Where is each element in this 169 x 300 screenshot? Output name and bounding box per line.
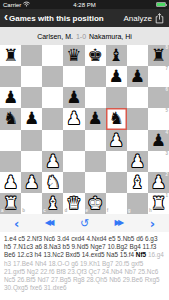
piece-bn: ♞ bbox=[109, 110, 124, 127]
square-f6[interactable] bbox=[106, 87, 127, 108]
file-label-g: g bbox=[128, 209, 131, 214]
square-f3[interactable] bbox=[106, 151, 127, 172]
game-header: Carlsen, M. 1-0 Nakamura, Hi bbox=[0, 27, 169, 45]
square-g6[interactable] bbox=[127, 87, 148, 108]
piece-bp: ♟ bbox=[24, 110, 39, 127]
square-d7[interactable] bbox=[63, 66, 84, 87]
piece-bn: ♞ bbox=[3, 110, 18, 127]
chess-board: ♜♛♚♝♜8♟♟7♟♟6♞♟♟♟♞5♟♟4♟♟3♟♟♞♝♟2♜ab♝c♛d♚ef… bbox=[0, 45, 169, 214]
square-f1[interactable]: f bbox=[106, 193, 127, 214]
battery-icon bbox=[156, 2, 166, 7]
go-to-end-button[interactable]: ▶▶ bbox=[114, 219, 124, 227]
share-icon bbox=[155, 13, 164, 24]
file-label-e: e bbox=[86, 209, 89, 214]
rank-label-2: 2 bbox=[165, 173, 168, 178]
square-c3[interactable]: ♟ bbox=[42, 151, 63, 172]
square-f4[interactable]: ♟ bbox=[106, 130, 127, 151]
square-e5[interactable]: ♟ bbox=[85, 108, 106, 129]
square-a2[interactable]: ♟ bbox=[0, 172, 21, 193]
square-g8[interactable] bbox=[127, 45, 148, 66]
rank-label-8: 8 bbox=[165, 46, 168, 51]
piece-wq: ♛ bbox=[66, 195, 81, 212]
square-b7[interactable] bbox=[21, 66, 42, 87]
square-a1[interactable]: ♜a bbox=[0, 193, 21, 214]
square-d3[interactable] bbox=[63, 151, 84, 172]
square-e6[interactable] bbox=[85, 87, 106, 108]
piece-wr: ♜ bbox=[3, 195, 18, 212]
square-a5[interactable]: ♞ bbox=[0, 108, 21, 129]
square-g3[interactable]: ♟ bbox=[127, 151, 148, 172]
square-a6[interactable]: ♟ bbox=[0, 87, 21, 108]
square-a4[interactable] bbox=[0, 130, 21, 151]
share-button[interactable] bbox=[154, 13, 165, 24]
chevron-left-icon: ‹ bbox=[4, 13, 8, 23]
square-g4[interactable] bbox=[127, 130, 148, 151]
square-g1[interactable]: g bbox=[127, 193, 148, 214]
square-a7[interactable] bbox=[0, 66, 21, 87]
square-a3[interactable] bbox=[0, 151, 21, 172]
square-c4[interactable] bbox=[42, 130, 63, 151]
square-c7[interactable] bbox=[42, 66, 63, 87]
piece-bk: ♚ bbox=[87, 47, 102, 64]
square-c6[interactable] bbox=[42, 87, 63, 108]
square-b2[interactable]: ♟ bbox=[21, 172, 42, 193]
reset-board-icon[interactable]: ↺ bbox=[80, 218, 89, 229]
rank-label-3: 3 bbox=[165, 152, 168, 157]
square-c1[interactable]: ♝c bbox=[42, 193, 63, 214]
clock: 4:28 PM bbox=[0, 2, 169, 8]
file-label-a: a bbox=[1, 209, 4, 214]
square-b6[interactable] bbox=[21, 87, 42, 108]
page-title: Games with this position bbox=[9, 14, 104, 23]
previous-move-button[interactable]: ‹ bbox=[14, 217, 19, 230]
square-a8[interactable]: ♜ bbox=[0, 45, 21, 66]
rank-label-6: 6 bbox=[165, 88, 168, 93]
piece-wn: ♞ bbox=[45, 174, 60, 191]
piece-bp: ♟ bbox=[130, 68, 145, 85]
piece-bq: ♛ bbox=[66, 47, 81, 64]
black-player-name: Nakamura, Hi bbox=[89, 33, 132, 40]
piece-bp: ♟ bbox=[66, 89, 81, 106]
piece-bp: ♟ bbox=[109, 68, 124, 85]
status-bar: Carrier 4:28 PM bbox=[0, 0, 169, 9]
piece-wk: ♚ bbox=[87, 195, 102, 212]
square-d8[interactable]: ♛ bbox=[63, 45, 84, 66]
rank-label-4: 4 bbox=[165, 131, 168, 136]
square-d1[interactable]: ♛d bbox=[63, 193, 84, 214]
file-label-f: f bbox=[107, 209, 109, 214]
square-c8[interactable] bbox=[42, 45, 63, 66]
square-h8[interactable]: ♜8 bbox=[148, 45, 169, 66]
piece-wp: ♟ bbox=[109, 132, 124, 149]
square-d5[interactable]: ♟ bbox=[63, 108, 84, 129]
square-d2[interactable] bbox=[63, 172, 84, 193]
piece-wb: ♝ bbox=[130, 174, 145, 191]
square-b8[interactable] bbox=[21, 45, 42, 66]
piece-wb: ♝ bbox=[45, 195, 60, 212]
piece-br: ♜ bbox=[151, 47, 166, 64]
piece-bp: ♟ bbox=[151, 132, 166, 149]
piece-bp: ♟ bbox=[87, 110, 102, 127]
file-label-c: c bbox=[43, 209, 46, 214]
square-b4[interactable] bbox=[21, 130, 42, 151]
square-d4[interactable] bbox=[63, 130, 84, 151]
file-label-d: d bbox=[64, 209, 67, 214]
piece-wp: ♟ bbox=[45, 153, 60, 170]
square-e7[interactable] bbox=[85, 66, 106, 87]
square-b1[interactable]: b bbox=[21, 193, 42, 214]
move-list[interactable]: 1.e4 c5 2.Nf3 Nc6 3.d4 cxd4 4.Nxd4 e5 5.… bbox=[0, 232, 169, 295]
square-h2[interactable]: ♟2 bbox=[148, 172, 169, 193]
square-f2[interactable] bbox=[106, 172, 127, 193]
file-label-h: h bbox=[149, 209, 152, 214]
square-f7[interactable]: ♟ bbox=[106, 66, 127, 87]
piece-wr: ♜ bbox=[151, 195, 166, 212]
square-e4[interactable] bbox=[85, 130, 106, 151]
go-to-start-button[interactable]: ◀◀ bbox=[45, 219, 55, 227]
square-h3[interactable]: 3 bbox=[148, 151, 169, 172]
square-c2[interactable]: ♞ bbox=[42, 172, 63, 193]
square-h1[interactable]: ♜1h bbox=[148, 193, 169, 214]
piece-wp: ♟ bbox=[24, 174, 39, 191]
rank-label-5: 5 bbox=[165, 109, 168, 114]
piece-wp: ♟ bbox=[130, 153, 145, 170]
square-f8[interactable]: ♝ bbox=[106, 45, 127, 66]
piece-wp: ♟ bbox=[66, 110, 81, 127]
analyze-button[interactable]: Analyze bbox=[124, 14, 152, 23]
white-player-name: Carlsen, M. bbox=[37, 33, 73, 40]
square-g7[interactable]: ♟ bbox=[127, 66, 148, 87]
game-result: 1-0 bbox=[76, 33, 86, 40]
piece-br: ♜ bbox=[3, 47, 18, 64]
square-c5[interactable] bbox=[42, 108, 63, 129]
square-g2[interactable]: ♝ bbox=[127, 172, 148, 193]
square-e3[interactable] bbox=[85, 151, 106, 172]
square-h5[interactable]: 5 bbox=[148, 108, 169, 129]
square-e8[interactable]: ♚ bbox=[85, 45, 106, 66]
square-f5[interactable]: ♞ bbox=[106, 108, 127, 129]
piece-wp: ♟ bbox=[3, 174, 18, 191]
square-e1[interactable]: ♚e bbox=[85, 193, 106, 214]
playback-controls: ‹ ◀◀ ↺ ▶▶ › bbox=[0, 214, 169, 232]
back-button[interactable]: ‹ Games with this position bbox=[4, 13, 104, 23]
square-h6[interactable]: 6 bbox=[148, 87, 169, 108]
current-move: Nf5 bbox=[136, 251, 146, 258]
played-moves: 1.e4 c5 2.Nf3 Nc6 3.d4 cxd4 4.Nxd4 e5 5.… bbox=[4, 235, 157, 258]
square-b3[interactable] bbox=[21, 151, 42, 172]
square-g5[interactable] bbox=[127, 108, 148, 129]
navigation-bar: ‹ Games with this position Analyze bbox=[0, 9, 169, 27]
rank-label-1: 1 bbox=[165, 194, 168, 199]
square-h4[interactable]: ♟4 bbox=[148, 130, 169, 151]
piece-bp: ♟ bbox=[3, 89, 18, 106]
square-d6[interactable]: ♟ bbox=[63, 87, 84, 108]
piece-bb: ♝ bbox=[109, 47, 124, 64]
rank-label-7: 7 bbox=[165, 67, 168, 72]
square-b5[interactable]: ♟ bbox=[21, 108, 42, 129]
piece-wp: ♟ bbox=[151, 174, 166, 191]
square-h7[interactable]: 7 bbox=[148, 66, 169, 87]
file-label-b: b bbox=[22, 209, 25, 214]
next-move-button[interactable]: › bbox=[150, 217, 155, 230]
square-e2[interactable] bbox=[85, 172, 106, 193]
